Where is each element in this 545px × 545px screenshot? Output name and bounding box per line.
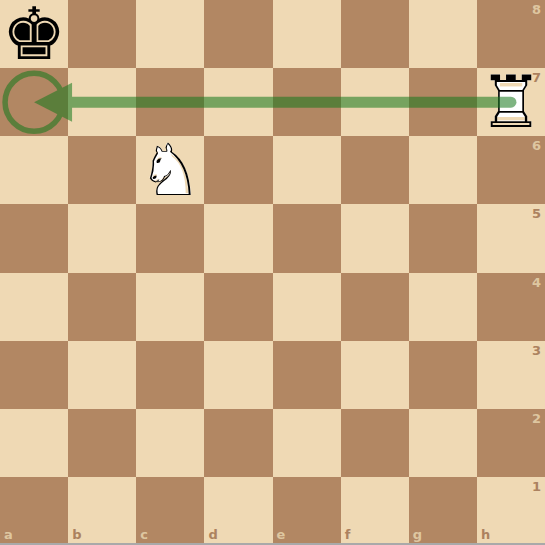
rank-label-5: 5 bbox=[532, 207, 541, 220]
square-e3[interactable] bbox=[273, 341, 341, 409]
file-label-f: f bbox=[345, 528, 351, 541]
file-label-d: d bbox=[208, 528, 217, 541]
white-knight-glyph: ♘ bbox=[136, 136, 204, 204]
square-b6[interactable] bbox=[68, 136, 136, 204]
square-f8[interactable] bbox=[341, 0, 409, 68]
square-c3[interactable] bbox=[136, 341, 204, 409]
square-h8[interactable]: 8 bbox=[477, 0, 545, 68]
square-b1[interactable]: b bbox=[68, 477, 136, 545]
square-c8[interactable] bbox=[136, 0, 204, 68]
piece-white-rook[interactable]: ♜♖ bbox=[477, 68, 545, 136]
black-king-glyph: ♚ bbox=[0, 0, 68, 68]
square-g7[interactable] bbox=[409, 68, 477, 136]
square-b5[interactable] bbox=[68, 204, 136, 272]
square-d6[interactable] bbox=[204, 136, 272, 204]
square-e8[interactable] bbox=[273, 0, 341, 68]
square-c4[interactable] bbox=[136, 273, 204, 341]
file-label-a: a bbox=[4, 528, 13, 541]
square-d5[interactable] bbox=[204, 204, 272, 272]
square-e4[interactable] bbox=[273, 273, 341, 341]
square-g1[interactable]: g bbox=[409, 477, 477, 545]
square-a5[interactable] bbox=[0, 204, 68, 272]
square-f7[interactable] bbox=[341, 68, 409, 136]
file-label-b: b bbox=[72, 528, 81, 541]
square-b2[interactable] bbox=[68, 409, 136, 477]
file-label-e: e bbox=[277, 528, 286, 541]
square-g5[interactable] bbox=[409, 204, 477, 272]
square-f4[interactable] bbox=[341, 273, 409, 341]
piece-white-knight[interactable]: ♞♘ bbox=[136, 136, 204, 204]
square-b8[interactable] bbox=[68, 0, 136, 68]
file-label-c: c bbox=[140, 528, 148, 541]
square-b4[interactable] bbox=[68, 273, 136, 341]
file-label-g: g bbox=[413, 528, 422, 541]
rank-label-8: 8 bbox=[532, 3, 541, 16]
square-c5[interactable] bbox=[136, 204, 204, 272]
square-h2[interactable]: 2 bbox=[477, 409, 545, 477]
rank-label-2: 2 bbox=[532, 412, 541, 425]
square-d1[interactable]: d bbox=[204, 477, 272, 545]
square-b3[interactable] bbox=[68, 341, 136, 409]
square-h5[interactable]: 5 bbox=[477, 204, 545, 272]
square-c2[interactable] bbox=[136, 409, 204, 477]
square-a4[interactable] bbox=[0, 273, 68, 341]
square-a7[interactable] bbox=[0, 68, 68, 136]
square-g6[interactable] bbox=[409, 136, 477, 204]
square-d3[interactable] bbox=[204, 341, 272, 409]
rank-label-3: 3 bbox=[532, 344, 541, 357]
square-a6[interactable] bbox=[0, 136, 68, 204]
square-e5[interactable] bbox=[273, 204, 341, 272]
square-f3[interactable] bbox=[341, 341, 409, 409]
square-f6[interactable] bbox=[341, 136, 409, 204]
chess-board: 8765432abcdefg1h♚♜♖♞♘ bbox=[0, 0, 545, 545]
square-e2[interactable] bbox=[273, 409, 341, 477]
rank-label-1: 1 bbox=[532, 480, 541, 493]
square-c7[interactable] bbox=[136, 68, 204, 136]
square-d2[interactable] bbox=[204, 409, 272, 477]
piece-black-king[interactable]: ♚ bbox=[0, 0, 68, 68]
square-h1[interactable]: 1h bbox=[477, 477, 545, 545]
rank-label-4: 4 bbox=[532, 276, 541, 289]
file-label-h: h bbox=[481, 528, 490, 541]
square-d7[interactable] bbox=[204, 68, 272, 136]
square-a1[interactable]: a bbox=[0, 477, 68, 545]
square-d8[interactable] bbox=[204, 0, 272, 68]
square-g3[interactable] bbox=[409, 341, 477, 409]
square-g8[interactable] bbox=[409, 0, 477, 68]
square-b7[interactable] bbox=[68, 68, 136, 136]
square-f5[interactable] bbox=[341, 204, 409, 272]
square-c1[interactable]: c bbox=[136, 477, 204, 545]
square-h4[interactable]: 4 bbox=[477, 273, 545, 341]
square-h6[interactable]: 6 bbox=[477, 136, 545, 204]
square-f1[interactable]: f bbox=[341, 477, 409, 545]
square-d4[interactable] bbox=[204, 273, 272, 341]
square-a2[interactable] bbox=[0, 409, 68, 477]
white-rook-glyph: ♖ bbox=[477, 68, 545, 136]
square-f2[interactable] bbox=[341, 409, 409, 477]
square-h3[interactable]: 3 bbox=[477, 341, 545, 409]
square-a3[interactable] bbox=[0, 341, 68, 409]
square-g4[interactable] bbox=[409, 273, 477, 341]
square-e7[interactable] bbox=[273, 68, 341, 136]
square-e1[interactable]: e bbox=[273, 477, 341, 545]
square-e6[interactable] bbox=[273, 136, 341, 204]
square-g2[interactable] bbox=[409, 409, 477, 477]
